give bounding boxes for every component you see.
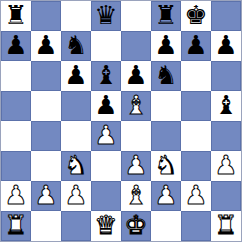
white-pawn[interactable]: ♟ <box>64 182 87 208</box>
square-f6[interactable]: ♞ <box>151 61 181 91</box>
square-b1[interactable] <box>31 211 61 241</box>
square-f2[interactable]: ♟ <box>151 181 181 211</box>
square-h3[interactable]: ♟ <box>211 151 241 181</box>
white-bishop[interactable]: ♝ <box>124 182 147 208</box>
white-pawn[interactable]: ♟ <box>124 152 147 178</box>
white-bishop[interactable]: ♝ <box>124 92 147 118</box>
square-g8[interactable]: ♚ <box>181 1 211 31</box>
square-a3[interactable] <box>1 151 31 181</box>
square-c7[interactable]: ♞ <box>61 31 91 61</box>
chess-board: ♜♛♜♚♟♟♞♟♟♟♟♝♟♞♟♝♝♟♞♟♞♟♟♟♟♝♟♟♜♛♚♜ <box>0 0 242 242</box>
square-c1[interactable] <box>61 211 91 241</box>
black-pawn[interactable]: ♟ <box>4 32 27 58</box>
square-h2[interactable] <box>211 181 241 211</box>
black-bishop[interactable]: ♝ <box>214 92 237 118</box>
square-h6[interactable] <box>211 61 241 91</box>
square-c6[interactable]: ♟ <box>61 61 91 91</box>
white-pawn[interactable]: ♟ <box>34 182 57 208</box>
square-e7[interactable] <box>121 31 151 61</box>
square-b4[interactable] <box>31 121 61 151</box>
square-c4[interactable] <box>61 121 91 151</box>
black-pawn[interactable]: ♟ <box>34 32 57 58</box>
square-g5[interactable] <box>181 91 211 121</box>
square-b7[interactable]: ♟ <box>31 31 61 61</box>
square-f1[interactable] <box>151 211 181 241</box>
square-a5[interactable] <box>1 91 31 121</box>
square-a7[interactable]: ♟ <box>1 31 31 61</box>
square-f5[interactable] <box>151 91 181 121</box>
square-h5[interactable]: ♝ <box>211 91 241 121</box>
black-rook[interactable]: ♜ <box>154 2 177 28</box>
square-b5[interactable] <box>31 91 61 121</box>
square-a8[interactable]: ♜ <box>1 1 31 31</box>
square-e5[interactable]: ♝ <box>121 91 151 121</box>
black-pawn[interactable]: ♟ <box>94 92 117 118</box>
square-d5[interactable]: ♟ <box>91 91 121 121</box>
square-e3[interactable]: ♟ <box>121 151 151 181</box>
square-e6[interactable]: ♟ <box>121 61 151 91</box>
square-g7[interactable]: ♟ <box>181 31 211 61</box>
square-a6[interactable] <box>1 61 31 91</box>
white-pawn[interactable]: ♟ <box>94 122 117 148</box>
square-h7[interactable]: ♟ <box>211 31 241 61</box>
square-a2[interactable]: ♟ <box>1 181 31 211</box>
square-e2[interactable]: ♝ <box>121 181 151 211</box>
black-queen[interactable]: ♛ <box>94 2 117 28</box>
square-h1[interactable]: ♜ <box>211 211 241 241</box>
square-f4[interactable] <box>151 121 181 151</box>
white-pawn[interactable]: ♟ <box>4 182 27 208</box>
white-king[interactable]: ♚ <box>124 212 147 238</box>
white-knight[interactable]: ♞ <box>154 152 177 178</box>
white-pawn[interactable]: ♟ <box>214 152 237 178</box>
black-bishop[interactable]: ♝ <box>94 62 117 88</box>
square-d7[interactable] <box>91 31 121 61</box>
square-h4[interactable] <box>211 121 241 151</box>
square-h8[interactable] <box>211 1 241 31</box>
square-e8[interactable] <box>121 1 151 31</box>
square-c3[interactable]: ♞ <box>61 151 91 181</box>
white-knight[interactable]: ♞ <box>64 152 87 178</box>
square-f8[interactable]: ♜ <box>151 1 181 31</box>
square-f7[interactable]: ♟ <box>151 31 181 61</box>
square-a1[interactable]: ♜ <box>1 211 31 241</box>
square-a4[interactable] <box>1 121 31 151</box>
square-d1[interactable]: ♛ <box>91 211 121 241</box>
square-b6[interactable] <box>31 61 61 91</box>
black-pawn[interactable]: ♟ <box>124 62 147 88</box>
white-queen[interactable]: ♛ <box>94 212 117 238</box>
square-d8[interactable]: ♛ <box>91 1 121 31</box>
square-b2[interactable]: ♟ <box>31 181 61 211</box>
square-c5[interactable] <box>61 91 91 121</box>
black-pawn[interactable]: ♟ <box>184 32 207 58</box>
square-g3[interactable] <box>181 151 211 181</box>
square-e1[interactable]: ♚ <box>121 211 151 241</box>
square-d4[interactable]: ♟ <box>91 121 121 151</box>
black-king[interactable]: ♚ <box>184 2 207 28</box>
square-c2[interactable]: ♟ <box>61 181 91 211</box>
black-pawn[interactable]: ♟ <box>64 62 87 88</box>
white-rook[interactable]: ♜ <box>4 212 27 238</box>
black-pawn[interactable]: ♟ <box>154 32 177 58</box>
black-knight[interactable]: ♞ <box>154 62 177 88</box>
square-b3[interactable] <box>31 151 61 181</box>
black-rook[interactable]: ♜ <box>4 2 27 28</box>
square-d6[interactable]: ♝ <box>91 61 121 91</box>
square-d2[interactable] <box>91 181 121 211</box>
white-pawn[interactable]: ♟ <box>184 182 207 208</box>
square-c8[interactable] <box>61 1 91 31</box>
square-g1[interactable] <box>181 211 211 241</box>
square-g6[interactable] <box>181 61 211 91</box>
square-g2[interactable]: ♟ <box>181 181 211 211</box>
white-rook[interactable]: ♜ <box>214 212 237 238</box>
square-b8[interactable] <box>31 1 61 31</box>
square-f3[interactable]: ♞ <box>151 151 181 181</box>
white-pawn[interactable]: ♟ <box>154 182 177 208</box>
square-e4[interactable] <box>121 121 151 151</box>
black-knight[interactable]: ♞ <box>64 32 87 58</box>
square-d3[interactable] <box>91 151 121 181</box>
black-pawn[interactable]: ♟ <box>214 32 237 58</box>
square-g4[interactable] <box>181 121 211 151</box>
